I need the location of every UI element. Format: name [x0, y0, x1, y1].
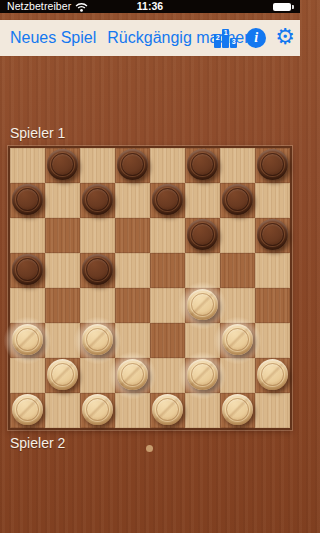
checker-light[interactable] [187, 359, 218, 390]
square-r3c0[interactable] [10, 253, 45, 288]
square-r2c6 [220, 218, 255, 253]
checker-dark[interactable] [257, 219, 288, 250]
square-r4c1[interactable] [45, 288, 80, 323]
square-r7c1 [45, 393, 80, 428]
checker-light[interactable] [12, 324, 43, 355]
square-r3c5 [185, 253, 220, 288]
square-r2c2 [80, 218, 115, 253]
square-r3c1 [45, 253, 80, 288]
checker-light[interactable] [117, 359, 148, 390]
square-r7c7 [255, 393, 290, 428]
square-r6c5[interactable] [185, 358, 220, 393]
checker-light[interactable] [257, 359, 288, 390]
square-r6c4 [150, 358, 185, 393]
checker-light[interactable] [82, 324, 113, 355]
square-r1c0[interactable] [10, 183, 45, 218]
checker-dark[interactable] [187, 149, 218, 180]
square-r2c7[interactable] [255, 218, 290, 253]
player2-label: Spieler 2 [10, 435, 65, 451]
checker-dark[interactable] [82, 254, 113, 285]
checker-light[interactable] [12, 394, 43, 425]
square-r7c0[interactable] [10, 393, 45, 428]
square-r1c5 [185, 183, 220, 218]
square-r2c5[interactable] [185, 218, 220, 253]
info-icon[interactable]: i [246, 28, 266, 48]
square-r2c1[interactable] [45, 218, 80, 253]
square-r5c2[interactable] [80, 323, 115, 358]
square-r4c6 [220, 288, 255, 323]
square-r4c4 [150, 288, 185, 323]
battery-icon [273, 3, 294, 11]
square-r6c3[interactable] [115, 358, 150, 393]
square-r0c7[interactable] [255, 148, 290, 183]
square-r6c7[interactable] [255, 358, 290, 393]
square-r0c3[interactable] [115, 148, 150, 183]
square-r3c6[interactable] [220, 253, 255, 288]
square-r1c4[interactable] [150, 183, 185, 218]
square-r3c3 [115, 253, 150, 288]
square-r7c5 [185, 393, 220, 428]
square-r0c2 [80, 148, 115, 183]
square-r1c2[interactable] [80, 183, 115, 218]
square-r5c7 [255, 323, 290, 358]
square-r0c1[interactable] [45, 148, 80, 183]
checker-light[interactable] [47, 359, 78, 390]
square-r2c0 [10, 218, 45, 253]
checker-light[interactable] [152, 394, 183, 425]
checker-dark[interactable] [82, 184, 113, 215]
player1-label: Spieler 1 [10, 125, 65, 141]
square-r3c7 [255, 253, 290, 288]
square-r4c3[interactable] [115, 288, 150, 323]
checker-light[interactable] [82, 394, 113, 425]
square-r5c1 [45, 323, 80, 358]
square-r7c3 [115, 393, 150, 428]
square-r7c2[interactable] [80, 393, 115, 428]
checker-dark[interactable] [152, 184, 183, 215]
new-game-button[interactable]: Neues Spiel [10, 29, 96, 47]
square-r1c7 [255, 183, 290, 218]
checker-dark[interactable] [12, 254, 43, 285]
checker-dark[interactable] [257, 149, 288, 180]
status-bar: Netzbetreiber 11:36 [0, 0, 300, 13]
square-r6c0 [10, 358, 45, 393]
square-r7c6[interactable] [220, 393, 255, 428]
podium-third-bar: 3 [230, 38, 237, 48]
podium-second-bar: 2 [214, 34, 221, 48]
checker-dark[interactable] [47, 149, 78, 180]
checker-light[interactable] [222, 324, 253, 355]
square-r3c2[interactable] [80, 253, 115, 288]
square-r4c7[interactable] [255, 288, 290, 323]
square-r6c1[interactable] [45, 358, 80, 393]
board[interactable] [8, 146, 292, 430]
square-r1c3 [115, 183, 150, 218]
checker-light[interactable] [222, 394, 253, 425]
square-r7c4[interactable] [150, 393, 185, 428]
square-r5c6[interactable] [220, 323, 255, 358]
checker-dark[interactable] [12, 184, 43, 215]
checker-dark[interactable] [117, 149, 148, 180]
square-r6c2 [80, 358, 115, 393]
checker-light[interactable] [187, 289, 218, 320]
page-indicator-dot[interactable] [146, 445, 153, 452]
settings-gear-icon[interactable]: ⚙ [275, 26, 295, 48]
square-r5c4[interactable] [150, 323, 185, 358]
square-r5c0[interactable] [10, 323, 45, 358]
checker-dark[interactable] [222, 184, 253, 215]
square-r0c4 [150, 148, 185, 183]
square-r2c4 [150, 218, 185, 253]
square-r4c2 [80, 288, 115, 323]
square-r3c4[interactable] [150, 253, 185, 288]
square-r1c6[interactable] [220, 183, 255, 218]
square-r0c0 [10, 148, 45, 183]
toolbar-icons: 2 1 3 i ⚙ [214, 20, 295, 56]
square-r1c1 [45, 183, 80, 218]
square-r0c5[interactable] [185, 148, 220, 183]
toolbar: Neues Spiel Rückgängig machen 2 1 3 i ⚙ [0, 20, 300, 56]
square-r5c5 [185, 323, 220, 358]
square-r5c3 [115, 323, 150, 358]
leaderboard-icon[interactable]: 2 1 3 [214, 28, 237, 48]
square-r0c6 [220, 148, 255, 183]
square-r6c6 [220, 358, 255, 393]
podium-first-bar: 1 [222, 29, 229, 48]
checker-dark[interactable] [187, 219, 218, 250]
square-r2c3[interactable] [115, 218, 150, 253]
square-r4c5[interactable] [185, 288, 220, 323]
clock: 11:36 [0, 0, 300, 13]
square-r4c0 [10, 288, 45, 323]
